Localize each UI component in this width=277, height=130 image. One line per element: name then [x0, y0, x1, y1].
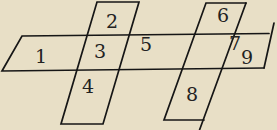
region-label-1: 1: [35, 45, 47, 67]
horizontal-parallelogram-right-edge: [264, 23, 274, 68]
region-label-4: 4: [82, 75, 94, 97]
puzzle-diagram-canvas: 1 2 3 4 5 6 7 8 9: [0, 0, 277, 130]
region-label-2: 2: [106, 10, 118, 32]
region-label-6: 6: [217, 4, 229, 26]
region-label-9: 9: [241, 46, 253, 68]
region-label-7: 7: [229, 32, 241, 54]
right-slanted-parallelogram-outline: [164, 3, 246, 120]
region-label-8: 8: [186, 83, 198, 105]
left-slanted-parallelogram-outline: [61, 2, 139, 124]
parallelogram-puzzle-figure: 1 2 3 4 5 6 7 8 9: [0, 0, 277, 130]
region-label-5: 5: [140, 33, 152, 55]
region-label-3: 3: [94, 40, 106, 62]
